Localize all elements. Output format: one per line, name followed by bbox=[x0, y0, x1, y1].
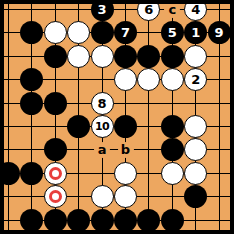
stone-white-circled[interactable] bbox=[44, 162, 67, 185]
grid-line-vertical bbox=[8, 0, 9, 234]
stone-white[interactable] bbox=[67, 45, 90, 68]
move-number: 2 bbox=[191, 73, 200, 86]
stone-white[interactable] bbox=[91, 185, 114, 208]
red-circle-marker-icon bbox=[49, 190, 62, 203]
board-frame-right bbox=[230, 0, 234, 234]
stone-white-move-10[interactable]: 10 bbox=[91, 115, 114, 138]
move-number: 5 bbox=[168, 26, 177, 39]
stone-black-move-1[interactable]: 1 bbox=[184, 21, 207, 44]
stone-white-move-2[interactable]: 2 bbox=[184, 68, 207, 91]
red-circle-marker-icon bbox=[49, 167, 62, 180]
stone-black[interactable] bbox=[161, 138, 184, 161]
stone-black[interactable] bbox=[44, 209, 67, 232]
stone-white[interactable] bbox=[114, 185, 137, 208]
stone-white[interactable] bbox=[44, 21, 67, 44]
board-frame-left bbox=[0, 0, 4, 234]
stone-black[interactable] bbox=[44, 92, 67, 115]
stone-white[interactable] bbox=[161, 162, 184, 185]
stone-black[interactable] bbox=[20, 68, 43, 91]
stone-black[interactable] bbox=[161, 45, 184, 68]
stone-white[interactable] bbox=[67, 21, 90, 44]
stone-white[interactable] bbox=[114, 68, 137, 91]
stone-black[interactable] bbox=[91, 21, 114, 44]
move-number: 1 bbox=[191, 26, 200, 39]
go-board[interactable]: cab36475192810 bbox=[0, 0, 234, 234]
stone-black[interactable] bbox=[67, 209, 90, 232]
move-number: 10 bbox=[95, 121, 109, 132]
move-number: 6 bbox=[144, 3, 153, 16]
stone-black[interactable] bbox=[114, 209, 137, 232]
stone-black-move-5[interactable]: 5 bbox=[161, 21, 184, 44]
stone-black[interactable] bbox=[161, 209, 184, 232]
stone-white[interactable] bbox=[91, 45, 114, 68]
stone-black-move-7[interactable]: 7 bbox=[114, 21, 137, 44]
stone-white[interactable] bbox=[137, 68, 160, 91]
stone-black[interactable] bbox=[20, 209, 43, 232]
stone-black[interactable] bbox=[137, 45, 160, 68]
stone-black[interactable] bbox=[114, 115, 137, 138]
stone-black[interactable] bbox=[20, 162, 43, 185]
stone-black[interactable] bbox=[137, 209, 160, 232]
stone-white[interactable] bbox=[114, 162, 137, 185]
move-number: 9 bbox=[215, 26, 224, 39]
move-number: 4 bbox=[191, 3, 200, 16]
stone-white[interactable] bbox=[184, 138, 207, 161]
stone-black[interactable] bbox=[44, 138, 67, 161]
move-number: 3 bbox=[98, 3, 107, 16]
stone-white[interactable] bbox=[161, 68, 184, 91]
stone-white[interactable] bbox=[184, 45, 207, 68]
stone-white-circled[interactable] bbox=[44, 185, 67, 208]
board-frame-top bbox=[0, 0, 234, 4]
stone-black[interactable] bbox=[20, 92, 43, 115]
stone-black[interactable] bbox=[20, 21, 43, 44]
stone-black[interactable] bbox=[114, 45, 137, 68]
stone-black[interactable] bbox=[184, 185, 207, 208]
stone-white[interactable] bbox=[184, 115, 207, 138]
grid-line-vertical bbox=[148, 0, 149, 234]
move-number: 7 bbox=[121, 26, 130, 39]
board-frame-bottom bbox=[0, 230, 234, 234]
stone-black[interactable] bbox=[91, 209, 114, 232]
point-label-b[interactable]: b bbox=[118, 142, 134, 158]
stone-white[interactable] bbox=[184, 162, 207, 185]
point-label-a[interactable]: a bbox=[94, 142, 110, 158]
stone-black[interactable] bbox=[44, 45, 67, 68]
stone-black-move-9[interactable]: 9 bbox=[208, 21, 231, 44]
stone-black[interactable] bbox=[67, 115, 90, 138]
stone-black[interactable] bbox=[161, 115, 184, 138]
move-number: 8 bbox=[98, 97, 107, 110]
stone-white-move-8[interactable]: 8 bbox=[91, 92, 114, 115]
